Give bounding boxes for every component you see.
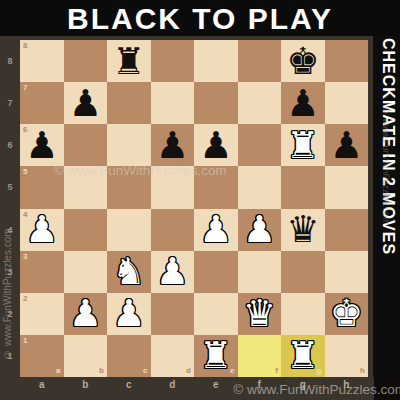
piece-white-pawn: ♟ [25,211,58,248]
square-g3[interactable] [281,251,325,293]
square-rank-label-4: 4 [23,211,27,219]
square-c7[interactable] [107,82,151,124]
piece-white-pawn: ♟ [112,295,145,332]
square-g8[interactable]: ♚ [281,40,325,82]
frame-file-label-f: f [238,379,282,399]
square-f5[interactable] [238,166,282,208]
square-f7[interactable] [238,82,282,124]
square-f2[interactable]: ♛ [238,293,282,335]
square-h2[interactable]: ♚ [325,293,369,335]
square-c1[interactable]: c [107,335,151,377]
square-file-label-b: b [99,367,104,375]
piece-white-rook: ♜ [286,337,319,374]
square-e5[interactable] [194,166,238,208]
square-b1[interactable]: b [64,335,108,377]
square-e7[interactable] [194,82,238,124]
frame-file-label-a: a [20,379,64,399]
square-h3[interactable] [325,251,369,293]
piece-black-rook: ♜ [112,43,145,80]
piece-white-pawn: ♟ [69,295,102,332]
square-e4[interactable]: ♟ [194,209,238,251]
square-c8[interactable]: ♜ [107,40,151,82]
piece-black-pawn: ♟ [25,127,58,164]
square-rank-label-5: 5 [23,168,27,176]
square-h4[interactable] [325,209,369,251]
frame-file-label-e: e [194,379,238,399]
piece-white-king: ♚ [330,295,363,332]
square-e1[interactable]: e♜ [194,335,238,377]
square-h8[interactable] [325,40,369,82]
square-g6[interactable]: ♜ [281,124,325,166]
square-e2[interactable] [194,293,238,335]
piece-black-pawn: ♟ [330,127,363,164]
piece-white-rook: ♜ [199,337,232,374]
square-b3[interactable] [64,251,108,293]
square-f4[interactable]: ♟ [238,209,282,251]
square-rank-label-6: 6 [23,126,27,134]
square-d6[interactable]: ♟ [151,124,195,166]
square-g7[interactable]: ♟ [281,82,325,124]
square-d1[interactable]: d [151,335,195,377]
square-h1[interactable]: h [325,335,369,377]
square-c3[interactable]: ♞ [107,251,151,293]
square-c2[interactable]: ♟ [107,293,151,335]
square-file-label-h: h [360,367,365,375]
square-b2[interactable]: ♟ [64,293,108,335]
banner-title: BLACK TO PLAY [67,2,333,36]
side-strip-checkmate-in-2: CHECKMATE IN 2 MOVES © www.FunWithPuzzle… [373,36,400,377]
square-g2[interactable] [281,293,325,335]
square-b6[interactable] [64,124,108,166]
chess-board: 8♜♚7♟♟6♟♟♟♜♟54♟♟♟♛3♞♟2♟♟♛♚1abcde♜fg♜h [20,40,368,377]
file-labels: abcdefgh [20,379,368,399]
square-h5[interactable] [325,166,369,208]
square-e6[interactable]: ♟ [194,124,238,166]
piece-black-pawn: ♟ [156,127,189,164]
square-rank-label-3: 3 [23,253,27,261]
square-a1[interactable]: 1a [20,335,64,377]
piece-black-queen: ♛ [286,211,319,248]
square-file-label-a: a [56,367,60,375]
piece-white-knight: ♞ [112,253,145,290]
square-rank-label-7: 7 [23,84,27,92]
square-b5[interactable] [64,166,108,208]
square-a3[interactable]: 3 [20,251,64,293]
square-file-label-e: e [230,367,234,375]
square-d5[interactable] [151,166,195,208]
square-a4[interactable]: 4♟ [20,209,64,251]
square-f6[interactable] [238,124,282,166]
square-d7[interactable] [151,82,195,124]
banner-black-to-play: BLACK TO PLAY [0,0,400,38]
square-g4[interactable]: ♛ [281,209,325,251]
square-d4[interactable] [151,209,195,251]
square-rank-label-8: 8 [23,42,27,50]
square-c5[interactable] [107,166,151,208]
square-rank-label-1: 1 [23,337,27,345]
square-a8[interactable]: 8 [20,40,64,82]
square-h7[interactable] [325,82,369,124]
square-d3[interactable]: ♟ [151,251,195,293]
piece-black-pawn: ♟ [199,127,232,164]
square-b7[interactable]: ♟ [64,82,108,124]
square-f8[interactable] [238,40,282,82]
piece-black-pawn: ♟ [69,85,102,122]
square-h6[interactable]: ♟ [325,124,369,166]
square-g5[interactable] [281,166,325,208]
piece-black-king: ♚ [286,43,319,80]
square-e3[interactable] [194,251,238,293]
watermark-left: © www.FunWithPuzzles.com [2,60,13,360]
square-e8[interactable] [194,40,238,82]
square-f1[interactable]: f [238,335,282,377]
square-c6[interactable] [107,124,151,166]
frame-file-label-g: g [281,379,325,399]
square-b4[interactable] [64,209,108,251]
square-a2[interactable]: 2 [20,293,64,335]
frame-file-label-d: d [151,379,195,399]
piece-black-pawn: ♟ [286,85,319,122]
frame-file-label-c: c [107,379,151,399]
square-d8[interactable] [151,40,195,82]
watermark-right: © www.FunWithPuzzles.com [381,106,391,366]
square-a7[interactable]: 7 [20,82,64,124]
square-file-label-c: c [143,367,147,375]
square-file-label-g: g [317,367,322,375]
square-rank-label-2: 2 [23,295,27,303]
piece-white-queen: ♛ [243,295,276,332]
square-b8[interactable] [64,40,108,82]
piece-white-pawn: ♟ [243,211,276,248]
frame-file-label-h: h [325,379,369,399]
frame-file-label-b: b [64,379,108,399]
square-file-label-d: d [186,367,191,375]
square-file-label-f: f [275,367,278,375]
square-d2[interactable] [151,293,195,335]
square-c4[interactable] [107,209,151,251]
square-a6[interactable]: 6♟ [20,124,64,166]
square-a5[interactable]: 5 [20,166,64,208]
square-g1[interactable]: g♜ [281,335,325,377]
square-f3[interactable] [238,251,282,293]
piece-white-rook: ♜ [286,127,319,164]
piece-white-pawn: ♟ [199,211,232,248]
piece-white-pawn: ♟ [156,253,189,290]
